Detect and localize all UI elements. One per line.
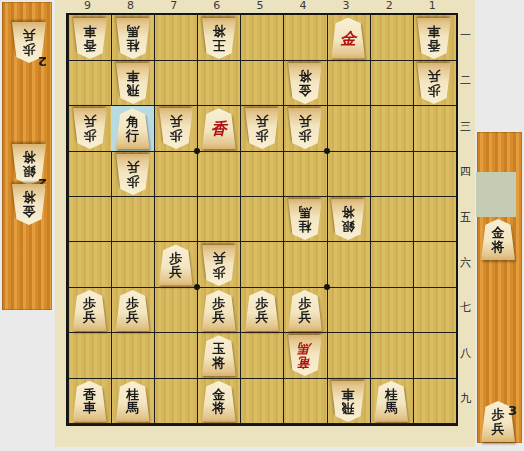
- piece-kanji: 将: [342, 206, 355, 220]
- piece-kanji: 馬: [126, 401, 139, 415]
- board-square-32[interactable]: [327, 60, 370, 105]
- piece-kanji: 歩: [212, 265, 225, 279]
- piece-kanji: 王: [212, 38, 225, 52]
- piece-gote-歩兵-53[interactable]: 歩兵: [245, 108, 279, 149]
- board-square-92[interactable]: [68, 60, 111, 105]
- file-label-2: 2: [368, 0, 411, 13]
- piece-face: 桂馬: [288, 199, 322, 240]
- piece-kanji: 車: [428, 25, 441, 39]
- piece-kanji: 馬: [126, 25, 139, 39]
- board-square-86[interactable]: [111, 242, 154, 287]
- piece-kanji: 兵: [83, 115, 96, 129]
- piece-face: 歩兵: [202, 290, 236, 331]
- board-square-49[interactable]: [284, 378, 327, 423]
- board-square-38[interactable]: [327, 333, 370, 378]
- piece-kanji: 歩: [83, 129, 96, 143]
- piece-kanji: 香: [83, 38, 96, 52]
- piece-kanji: 桂: [126, 388, 139, 402]
- board-square-22[interactable]: [370, 60, 413, 105]
- board-square-96[interactable]: [68, 242, 111, 287]
- piece-kanji: 兵: [255, 310, 268, 324]
- piece-gote-歩兵-12[interactable]: 歩兵: [417, 63, 451, 104]
- piece-kanji: 兵: [299, 310, 312, 324]
- piece-kanji: 香: [83, 388, 96, 402]
- piece-gote-飛車-82[interactable]: 飛車: [116, 63, 150, 104]
- piece-sente-香-63[interactable]: 香: [202, 108, 236, 149]
- hand-sente-金将[interactable]: 金将: [481, 219, 515, 260]
- piece-kanji: 馬: [385, 401, 398, 415]
- piece-gote-飛車-39[interactable]: 飛車: [331, 381, 365, 422]
- piece-kanji: 歩: [492, 408, 505, 422]
- piece-kanji: 玉: [212, 342, 225, 356]
- piece-sente-歩兵-57[interactable]: 歩兵: [245, 290, 279, 331]
- board-square-71[interactable]: [154, 15, 197, 60]
- piece-sente-歩兵-76[interactable]: 歩兵: [159, 245, 193, 286]
- piece-kanji: 歩: [255, 129, 268, 143]
- piece-gote-銀将-35[interactable]: 銀将: [331, 199, 365, 240]
- piece-kanji: 歩: [23, 43, 36, 57]
- hand-gote-金将[interactable]: 金将: [12, 184, 46, 225]
- file-label-1: 1: [411, 0, 454, 13]
- board-square-58[interactable]: [240, 333, 283, 378]
- piece-kanji: 車: [126, 70, 139, 84]
- piece-kanji: 金: [299, 83, 312, 97]
- file-label-4: 4: [282, 0, 325, 13]
- board-square-27[interactable]: [370, 287, 413, 332]
- gote-hand-tray: 歩兵2銀将2金将: [2, 2, 52, 310]
- piece-kanji: 金: [23, 205, 36, 219]
- piece-gote-香車-11[interactable]: 香車: [417, 18, 451, 59]
- piece-face: 飛車: [116, 63, 150, 104]
- rank-label-1: 一: [457, 13, 474, 58]
- piece-kanji: 将: [23, 191, 36, 205]
- piece-kanji: 歩: [299, 297, 312, 311]
- piece-gote-歩兵-93[interactable]: 歩兵: [73, 108, 107, 149]
- piece-kanji: 銀: [23, 164, 36, 178]
- piece-face: 金: [331, 18, 365, 59]
- piece-kanji: 兵: [23, 29, 36, 43]
- piece-kanji: 車: [83, 401, 96, 415]
- piece-kanji: 兵: [428, 70, 441, 84]
- selected-hand-slot-highlight[interactable]: [476, 172, 516, 217]
- piece-face: 銀将: [331, 199, 365, 240]
- board-square-13[interactable]: [413, 106, 456, 151]
- piece-face: 香: [202, 108, 236, 149]
- piece-kanji: 将: [212, 401, 225, 415]
- board-square-59[interactable]: [240, 378, 283, 423]
- file-label-9: 9: [66, 0, 109, 13]
- board-square-72[interactable]: [154, 60, 197, 105]
- board-square-64[interactable]: [197, 151, 240, 196]
- piece-kanji: 歩: [126, 297, 139, 311]
- piece-kanji: 行: [126, 129, 139, 143]
- piece-kanji: 角: [126, 115, 139, 129]
- board-square-15[interactable]: [413, 197, 456, 242]
- piece-kanji: 将: [492, 240, 505, 254]
- piece-face: 香車: [73, 18, 107, 59]
- piece-kanji: 兵: [126, 310, 139, 324]
- piece-kanji: 香: [211, 120, 227, 137]
- piece-face: 歩兵: [245, 108, 279, 149]
- piece-face: 歩兵: [202, 245, 236, 286]
- piece-face: 金将: [12, 184, 46, 225]
- board-square-77[interactable]: [154, 287, 197, 332]
- board-square-44[interactable]: [284, 151, 327, 196]
- board-square-23[interactable]: [370, 106, 413, 151]
- board-square-65[interactable]: [197, 197, 240, 242]
- piece-gote-桂馬-81[interactable]: 桂馬: [116, 18, 150, 59]
- piece-kanji: 兵: [126, 161, 139, 175]
- piece-sente-桂馬-29[interactable]: 桂馬: [374, 381, 408, 422]
- rank-label-8: 八: [457, 331, 474, 376]
- piece-kanji: 馬: [299, 206, 312, 220]
- piece-face: 歩兵: [73, 290, 107, 331]
- piece-kanji: 歩: [83, 297, 96, 311]
- piece-gote-金将-42[interactable]: 金将: [288, 63, 322, 104]
- board-square-55[interactable]: [240, 197, 283, 242]
- piece-face: 桂馬: [374, 381, 408, 422]
- rank-label-5: 五: [457, 195, 474, 240]
- board-square-46[interactable]: [284, 242, 327, 287]
- board-square-52[interactable]: [240, 60, 283, 105]
- board-square-74[interactable]: [154, 151, 197, 196]
- piece-gote-歩兵-66[interactable]: 歩兵: [202, 245, 236, 286]
- piece-face: 歩兵: [159, 245, 193, 286]
- piece-kanji: 歩: [212, 297, 225, 311]
- piece-sente-歩兵-47[interactable]: 歩兵: [288, 290, 322, 331]
- piece-sente-桂馬-89[interactable]: 桂馬: [116, 381, 150, 422]
- piece-kanji: 桂: [126, 38, 139, 52]
- piece-face: 桂馬: [116, 18, 150, 59]
- piece-sente-歩兵-67[interactable]: 歩兵: [202, 290, 236, 331]
- piece-kanji: 将: [212, 25, 225, 39]
- board-square-41[interactable]: [284, 15, 327, 60]
- board-square-56[interactable]: [240, 242, 283, 287]
- piece-face: 王将: [202, 18, 236, 59]
- piece-face: 歩兵: [73, 108, 107, 149]
- board-square-54[interactable]: [240, 151, 283, 196]
- piece-face: 歩兵: [116, 290, 150, 331]
- piece-gote-歩兵-73[interactable]: 歩兵: [159, 108, 193, 149]
- piece-kanji: 車: [83, 25, 96, 39]
- piece-gote-桂馬-45[interactable]: 桂馬: [288, 199, 322, 240]
- piece-face: 歩兵: [245, 290, 279, 331]
- piece-face: 歩兵: [159, 108, 193, 149]
- rank-label-7: 七: [457, 285, 474, 330]
- board-square-25[interactable]: [370, 197, 413, 242]
- piece-sente-角行-83[interactable]: 角行: [116, 108, 150, 149]
- file-label-5: 5: [238, 0, 281, 13]
- rank-label-2: 二: [457, 58, 474, 103]
- piece-kanji: 歩: [169, 129, 182, 143]
- hand-sente-歩兵-count: 3: [508, 403, 517, 418]
- piece-kanji: 歩: [255, 297, 268, 311]
- piece-face: 歩兵: [417, 63, 451, 104]
- piece-kanji: 桂: [299, 220, 312, 234]
- board-square-94[interactable]: [68, 151, 111, 196]
- piece-kanji: 将: [299, 70, 312, 84]
- piece-kanji: 金: [212, 388, 225, 402]
- piece-kanji: 歩: [126, 174, 139, 188]
- piece-kanji: 将: [23, 151, 36, 165]
- piece-kanji: 馬: [299, 342, 312, 356]
- board-grid: 香車桂馬王将金香車飛車金将歩兵歩兵角行歩兵香歩兵歩兵歩兵桂馬銀将歩兵歩兵歩兵歩兵…: [68, 15, 456, 424]
- board-square-28[interactable]: [370, 333, 413, 378]
- piece-face: 歩兵: [288, 108, 322, 149]
- board-square-14[interactable]: [413, 151, 456, 196]
- board-square-51[interactable]: [240, 15, 283, 60]
- piece-kanji: 兵: [212, 310, 225, 324]
- piece-kanji: 香: [428, 38, 441, 52]
- piece-sente-玉将-68[interactable]: 玉将: [202, 335, 236, 376]
- piece-kanji: 歩: [428, 83, 441, 97]
- file-label-6: 6: [195, 0, 238, 13]
- board-square-26[interactable]: [370, 242, 413, 287]
- hand-gote-歩兵-count: 2: [38, 54, 47, 69]
- piece-kanji: 金: [492, 226, 505, 240]
- board-square-19[interactable]: [413, 378, 456, 423]
- piece-sente-金-31[interactable]: 金: [331, 18, 365, 59]
- piece-face: 玉将: [202, 335, 236, 376]
- board-square-33[interactable]: [327, 106, 370, 151]
- piece-face: 角行: [116, 108, 150, 149]
- piece-face: 飛車: [331, 381, 365, 422]
- piece-kanji: 兵: [212, 252, 225, 266]
- piece-kanji: 兵: [169, 265, 182, 279]
- piece-face: 歩兵: [288, 290, 322, 331]
- board-square-37[interactable]: [327, 287, 370, 332]
- rank-label-6: 六: [457, 240, 474, 285]
- file-label-3: 3: [325, 0, 368, 13]
- piece-kanji: 歩: [169, 252, 182, 266]
- piece-kanji: 兵: [169, 115, 182, 129]
- board-square-36[interactable]: [327, 242, 370, 287]
- piece-kanji: 竜: [299, 356, 312, 370]
- board-square-62[interactable]: [197, 60, 240, 105]
- piece-face: 香車: [73, 381, 107, 422]
- board-square-75[interactable]: [154, 197, 197, 242]
- piece-face: 香車: [417, 18, 451, 59]
- board-square-18[interactable]: [413, 333, 456, 378]
- piece-face: 竜馬: [288, 335, 322, 376]
- piece-face: 歩兵: [116, 154, 150, 195]
- board-square-98[interactable]: [68, 333, 111, 378]
- file-label-8: 8: [109, 0, 152, 13]
- board-square-79[interactable]: [154, 378, 197, 423]
- piece-kanji: 兵: [83, 310, 96, 324]
- piece-gote-香車-91[interactable]: 香車: [73, 18, 107, 59]
- piece-sente-金将-69[interactable]: 金将: [202, 381, 236, 422]
- piece-kanji: 飛: [342, 401, 355, 415]
- piece-sente-香車-99[interactable]: 香車: [73, 381, 107, 422]
- piece-gote-歩兵-43[interactable]: 歩兵: [288, 108, 322, 149]
- piece-face: 金将: [288, 63, 322, 104]
- piece-kanji: 銀: [342, 220, 355, 234]
- rank-label-3: 三: [457, 104, 474, 149]
- piece-gote-王将-61[interactable]: 王将: [202, 18, 236, 59]
- piece-kanji: 歩: [299, 129, 312, 143]
- piece-kanji: 飛: [126, 83, 139, 97]
- file-label-7: 7: [152, 0, 195, 13]
- rank-label-4: 四: [457, 149, 474, 194]
- piece-gote-歩兵-84[interactable]: 歩兵: [116, 154, 150, 195]
- piece-kanji: 車: [342, 388, 355, 402]
- piece-face: 金将: [202, 381, 236, 422]
- board-square-16[interactable]: [413, 242, 456, 287]
- board-square-21[interactable]: [370, 15, 413, 60]
- board-square-17[interactable]: [413, 287, 456, 332]
- piece-sente-歩兵-87[interactable]: 歩兵: [116, 290, 150, 331]
- piece-kanji: 兵: [299, 115, 312, 129]
- board-square-95[interactable]: [68, 197, 111, 242]
- rank-label-9: 九: [457, 376, 474, 421]
- board-square-34[interactable]: [327, 151, 370, 196]
- piece-kanji: 金: [340, 30, 356, 47]
- piece-sente-歩兵-97[interactable]: 歩兵: [73, 290, 107, 331]
- board-square-85[interactable]: [111, 197, 154, 242]
- piece-face: 金将: [481, 219, 515, 260]
- piece-kanji: 兵: [492, 422, 505, 436]
- piece-kanji: 兵: [255, 115, 268, 129]
- piece-kanji: 将: [212, 356, 225, 370]
- piece-face: 桂馬: [116, 381, 150, 422]
- star-point: [324, 148, 330, 154]
- piece-kanji: 桂: [385, 388, 398, 402]
- piece-gote-竜馬-48[interactable]: 竜馬: [288, 335, 322, 376]
- board-square-88[interactable]: [111, 333, 154, 378]
- board-square-78[interactable]: [154, 333, 197, 378]
- shogi-board: 香車桂馬王将金香車飛車金将歩兵歩兵角行歩兵香歩兵歩兵歩兵桂馬銀将歩兵歩兵歩兵歩兵…: [66, 13, 458, 426]
- board-square-24[interactable]: [370, 151, 413, 196]
